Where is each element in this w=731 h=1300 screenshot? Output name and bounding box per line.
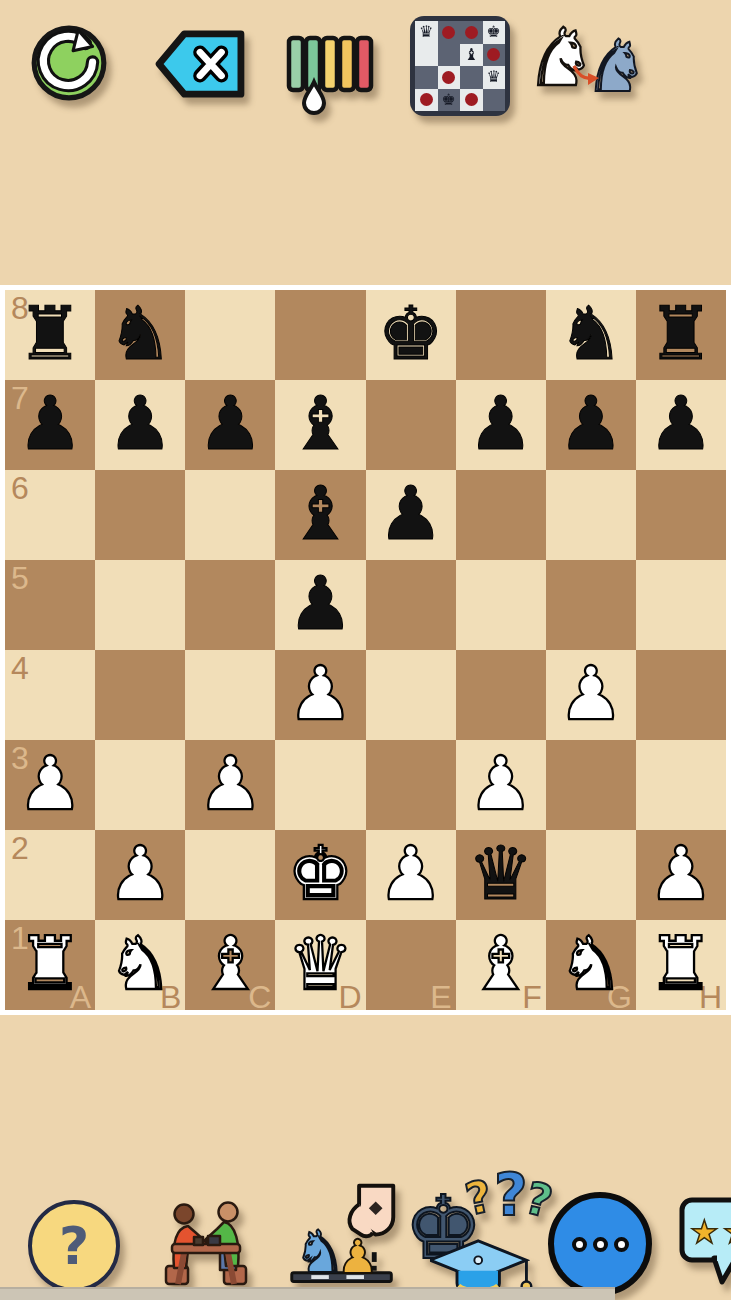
backspace-x-icon [152, 26, 248, 102]
white-knight[interactable]: ♞ [107, 926, 173, 1000]
black-pawn[interactable]: ♟ [377, 476, 443, 550]
square-d4[interactable]: ♟ [275, 650, 365, 740]
white-pawn[interactable]: ♟ [17, 746, 83, 820]
threat-cell [438, 66, 461, 89]
black-pawn[interactable]: ♟ [197, 386, 263, 460]
white-pawn[interactable]: ♟ [468, 746, 534, 820]
square-c3[interactable]: ♟ [185, 740, 275, 830]
rank-label: 5 [11, 562, 29, 594]
threat-cell [438, 21, 461, 44]
square-c8[interactable] [185, 290, 275, 380]
white-pawn[interactable]: ♟ [558, 656, 624, 730]
square-c5[interactable] [185, 560, 275, 650]
white-rook[interactable]: ♜ [17, 926, 83, 1000]
bottom-toolbar: ? [0, 1170, 731, 1300]
black-pawn[interactable]: ♟ [287, 566, 353, 640]
dot-icon [593, 1237, 608, 1252]
square-c7[interactable]: ♟ [185, 380, 275, 470]
white-pawn[interactable]: ♟ [377, 836, 443, 910]
white-pawn[interactable]: ♟ [648, 836, 714, 910]
threat-cell [438, 44, 461, 67]
square-a6[interactable]: 6 [5, 470, 95, 560]
square-a1[interactable]: 1A♜ [5, 920, 95, 1010]
rate-app-button[interactable]: ★★★ [678, 1194, 731, 1288]
color-bars-droplet-icon [283, 28, 379, 120]
square-c1[interactable]: C♝ [185, 920, 275, 1010]
square-a3[interactable]: 3♟ [5, 740, 95, 830]
white-queen[interactable]: ♛ [287, 926, 353, 1000]
white-pawn[interactable]: ♟ [197, 746, 263, 820]
black-bishop[interactable]: ♝ [287, 386, 353, 460]
threat-cell [460, 21, 483, 44]
square-d1[interactable]: D♛ [275, 920, 365, 1010]
square-e4[interactable] [366, 650, 456, 740]
square-f2[interactable]: ♛ [456, 830, 546, 920]
threat-cell [415, 66, 438, 89]
black-rook[interactable]: ♜ [17, 296, 83, 370]
hand-placing-piece-icon: ♞ ♟ [282, 1178, 404, 1300]
square-d3[interactable] [275, 740, 365, 830]
chess-board: 8♜♞♚♞♜7♟♟♟♝♟♟♟6♝♟5♟4♟♟3♟♟♟2♟♚♟♛♟1A♜B♞C♝D… [0, 285, 731, 1015]
threat-cell [415, 44, 438, 67]
square-h3[interactable] [636, 740, 726, 830]
threat-cell [415, 89, 438, 112]
black-pawn[interactable]: ♟ [648, 386, 714, 460]
dot-icon [572, 1237, 587, 1252]
square-d5[interactable]: ♟ [275, 560, 365, 650]
square-g2[interactable] [546, 830, 636, 920]
square-b5[interactable] [95, 560, 185, 650]
square-e3[interactable] [366, 740, 456, 830]
square-b6[interactable] [95, 470, 185, 560]
white-king[interactable]: ♚ [287, 836, 353, 910]
square-h8[interactable]: ♜ [636, 290, 726, 380]
red-dot-icon [465, 26, 478, 39]
rank-label: 4 [11, 652, 29, 684]
red-dot-icon [487, 48, 500, 61]
threat-cell: ♛ [483, 66, 506, 89]
square-h1[interactable]: H♜ [636, 920, 726, 1010]
black-king[interactable]: ♚ [377, 296, 443, 370]
black-knight[interactable]: ♞ [107, 296, 173, 370]
square-f1[interactable]: F♝ [456, 920, 546, 1010]
square-h5[interactable] [636, 560, 726, 650]
circular-restart-arrow-icon [28, 22, 110, 104]
square-b8[interactable]: ♞ [95, 290, 185, 380]
square-h4[interactable] [636, 650, 726, 740]
black-pawn[interactable]: ♟ [107, 386, 173, 460]
learn-button[interactable]: ♚ ? ? ? [402, 1170, 552, 1300]
undo-delete-button[interactable] [152, 26, 248, 102]
square-c6[interactable] [185, 470, 275, 560]
system-nav-bar [0, 1287, 615, 1300]
rank-label: 2 [11, 832, 29, 864]
square-g7[interactable]: ♟ [546, 380, 636, 470]
threat-cell [483, 44, 506, 67]
red-dot-icon [442, 71, 455, 84]
square-e8[interactable]: ♚ [366, 290, 456, 380]
square-f7[interactable]: ♟ [456, 380, 546, 470]
white-knight[interactable]: ♞ [558, 926, 624, 1000]
two-players-table-icon [148, 1192, 264, 1294]
threat-cell [460, 89, 483, 112]
square-h6[interactable] [636, 470, 726, 560]
square-g6[interactable] [546, 470, 636, 560]
square-b1[interactable]: B♞ [95, 920, 185, 1010]
file-label: E [430, 981, 451, 1013]
square-g1[interactable]: G♞ [546, 920, 636, 1010]
question-mark-icon: ? [59, 1216, 89, 1276]
black-pawn[interactable]: ♟ [558, 386, 624, 460]
square-e1[interactable]: E [366, 920, 456, 1010]
dot-icon [614, 1237, 629, 1252]
square-g4[interactable]: ♟ [546, 650, 636, 740]
square-f8[interactable] [456, 290, 546, 380]
white-bishop[interactable]: ♝ [197, 926, 263, 1000]
red-dot-icon [465, 93, 478, 106]
square-g8[interactable]: ♞ [546, 290, 636, 380]
evaluation-meter-button[interactable] [283, 28, 379, 120]
white-pawn[interactable]: ♟ [287, 656, 353, 730]
square-a4[interactable]: 4 [5, 650, 95, 740]
black-pawn[interactable]: ♟ [468, 386, 534, 460]
square-a7[interactable]: 7♟ [5, 380, 95, 470]
red-dot-icon [442, 26, 455, 39]
square-h2[interactable]: ♟ [636, 830, 726, 920]
black-queen[interactable]: ♛ [468, 836, 534, 910]
switch-sides-button[interactable]: ♞ ♞ [525, 18, 649, 118]
square-c2[interactable] [185, 830, 275, 920]
threat-cell [460, 66, 483, 89]
square-g3[interactable] [546, 740, 636, 830]
square-d8[interactable] [275, 290, 365, 380]
stars-label: ★★★ [690, 1213, 731, 1251]
black-knight[interactable]: ♞ [558, 296, 624, 370]
help-button[interactable]: ? [28, 1200, 120, 1292]
square-b3[interactable] [95, 740, 185, 830]
threat-cell: ♚ [438, 89, 461, 112]
square-e6[interactable]: ♟ [366, 470, 456, 560]
board-editor-button[interactable]: ♞ ♟ [282, 1178, 404, 1300]
square-f6[interactable] [456, 470, 546, 560]
square-f3[interactable]: ♟ [456, 740, 546, 830]
threats-button[interactable]: ♛♚♝♛♚ [410, 16, 510, 116]
square-a5[interactable]: 5 [5, 560, 95, 650]
pass-and-play-button[interactable] [148, 1192, 264, 1294]
threat-cell: ♚ [483, 21, 506, 44]
stars-speech-bubble-icon: ★★★ [678, 1194, 731, 1288]
threat-cell: ♛ [415, 21, 438, 44]
square-d7[interactable]: ♝ [275, 380, 365, 470]
black-pawn[interactable]: ♟ [17, 386, 83, 460]
square-f5[interactable] [456, 560, 546, 650]
white-bishop[interactable]: ♝ [468, 926, 534, 1000]
square-f4[interactable] [456, 650, 546, 740]
black-rook[interactable]: ♜ [648, 296, 714, 370]
square-g5[interactable] [546, 560, 636, 650]
square-e2[interactable]: ♟ [366, 830, 456, 920]
more-options-button[interactable] [548, 1192, 652, 1296]
square-d2[interactable]: ♚ [275, 830, 365, 920]
square-b7[interactable]: ♟ [95, 380, 185, 470]
square-d6[interactable]: ♝ [275, 470, 365, 560]
square-e7[interactable] [366, 380, 456, 470]
red-dot-icon [420, 93, 433, 106]
square-a2[interactable]: 2 [5, 830, 95, 920]
restart-button[interactable] [28, 22, 110, 104]
rank-label: 6 [11, 472, 29, 504]
white-rook[interactable]: ♜ [648, 926, 714, 1000]
swap-arrow-icon [571, 64, 601, 90]
square-e5[interactable] [366, 560, 456, 650]
square-h7[interactable]: ♟ [636, 380, 726, 470]
threat-cell: ♝ [460, 44, 483, 67]
white-pawn[interactable]: ♟ [107, 836, 173, 910]
square-b2[interactable]: ♟ [95, 830, 185, 920]
square-c4[interactable] [185, 650, 275, 740]
square-a8[interactable]: 8♜ [5, 290, 95, 380]
black-bishop[interactable]: ♝ [287, 476, 353, 550]
square-b4[interactable] [95, 650, 185, 740]
threat-cell [483, 89, 506, 112]
